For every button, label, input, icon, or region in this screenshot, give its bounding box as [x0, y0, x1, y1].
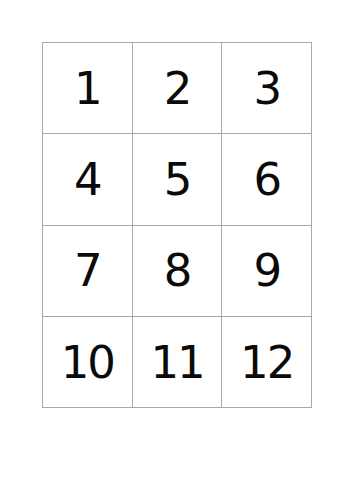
number-grid: 1 2 3 4 5 6 7 8 9 10 11 12 [42, 42, 312, 408]
number-cell: 9 [222, 226, 312, 317]
number-cell: 1 [43, 43, 133, 134]
number-cell: 12 [222, 317, 312, 408]
number-cell: 5 [133, 134, 223, 225]
number-cell: 2 [133, 43, 223, 134]
worksheet-page: 1 2 3 4 5 6 7 8 9 10 11 12 [0, 0, 353, 500]
number-cell: 8 [133, 226, 223, 317]
number-cell: 7 [43, 226, 133, 317]
number-cell: 4 [43, 134, 133, 225]
number-cell: 10 [43, 317, 133, 408]
number-cell: 6 [222, 134, 312, 225]
number-cell: 3 [222, 43, 312, 134]
number-cell: 11 [133, 317, 223, 408]
